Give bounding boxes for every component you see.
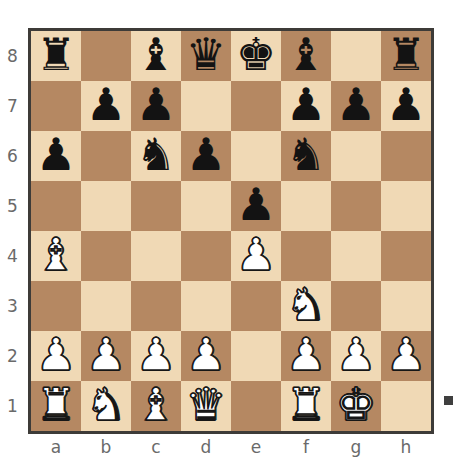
piece-black-pawn[interactable]: ♟ (186, 131, 226, 180)
square-a1[interactable]: ♜ (31, 381, 81, 431)
chess-board-page: 87654321 ♜♝♛♚♝♜♟♟♟♟♟♟♞♟♞♟♝♟♞♟♟♟♟♟♟♟♜♞♝♛♜… (0, 0, 464, 464)
square-b8[interactable] (81, 31, 131, 81)
square-f1[interactable]: ♜ (281, 381, 331, 431)
square-f3[interactable]: ♞ (281, 281, 331, 331)
square-c5[interactable] (131, 181, 181, 231)
square-c3[interactable] (131, 281, 181, 331)
square-e1[interactable] (231, 381, 281, 431)
rank-label-2: 2 (0, 331, 25, 381)
square-d1[interactable]: ♛ (181, 381, 231, 431)
piece-white-bishop[interactable]: ♝ (36, 231, 76, 280)
piece-white-pawn[interactable]: ♟ (336, 331, 376, 380)
piece-black-pawn[interactable]: ♟ (236, 181, 276, 230)
square-g8[interactable] (331, 31, 381, 81)
file-label-c: c (131, 435, 181, 459)
piece-white-pawn[interactable]: ♟ (286, 331, 326, 380)
square-e7[interactable] (231, 81, 281, 131)
file-label-b: b (81, 435, 131, 459)
square-h4[interactable] (381, 231, 431, 281)
piece-white-pawn[interactable]: ♟ (36, 331, 76, 380)
square-f6[interactable]: ♞ (281, 131, 331, 181)
piece-black-pawn[interactable]: ♟ (386, 81, 426, 130)
square-e6[interactable] (231, 131, 281, 181)
piece-white-king[interactable]: ♚ (336, 381, 376, 430)
piece-black-bishop[interactable]: ♝ (136, 31, 176, 80)
square-h1[interactable] (381, 381, 431, 431)
square-e3[interactable] (231, 281, 281, 331)
square-a8[interactable]: ♜ (31, 31, 81, 81)
square-g2[interactable]: ♟ (331, 331, 381, 381)
square-a6[interactable]: ♟ (31, 131, 81, 181)
square-c2[interactable]: ♟ (131, 331, 181, 381)
square-c6[interactable]: ♞ (131, 131, 181, 181)
square-f4[interactable] (281, 231, 331, 281)
file-label-e: e (231, 435, 281, 459)
square-c4[interactable] (131, 231, 181, 281)
piece-black-pawn[interactable]: ♟ (336, 81, 376, 130)
square-b1[interactable]: ♞ (81, 381, 131, 431)
file-label-h: h (381, 435, 431, 459)
rank-label-6: 6 (0, 131, 25, 181)
square-b5[interactable] (81, 181, 131, 231)
piece-black-pawn[interactable]: ♟ (286, 81, 326, 130)
square-a7[interactable] (31, 81, 81, 131)
piece-white-pawn[interactable]: ♟ (136, 331, 176, 380)
piece-white-pawn[interactable]: ♟ (186, 331, 226, 380)
square-f8[interactable]: ♝ (281, 31, 331, 81)
square-e4[interactable]: ♟ (231, 231, 281, 281)
square-g4[interactable] (331, 231, 381, 281)
square-g5[interactable] (331, 181, 381, 231)
square-a3[interactable] (31, 281, 81, 331)
square-d4[interactable] (181, 231, 231, 281)
move-indicator (444, 396, 453, 405)
square-f2[interactable]: ♟ (281, 331, 331, 381)
piece-black-rook[interactable]: ♜ (386, 31, 426, 80)
square-h8[interactable]: ♜ (381, 31, 431, 81)
piece-white-rook[interactable]: ♜ (36, 381, 76, 430)
square-e2[interactable] (231, 331, 281, 381)
piece-black-queen[interactable]: ♛ (186, 31, 226, 80)
piece-black-pawn[interactable]: ♟ (36, 131, 76, 180)
piece-white-pawn[interactable]: ♟ (236, 231, 276, 280)
piece-white-rook[interactable]: ♜ (286, 381, 326, 430)
square-h7[interactable]: ♟ (381, 81, 431, 131)
piece-black-knight[interactable]: ♞ (286, 131, 326, 180)
square-a5[interactable] (31, 181, 81, 231)
piece-black-rook[interactable]: ♜ (36, 31, 76, 80)
square-b2[interactable]: ♟ (81, 331, 131, 381)
file-label-d: d (181, 435, 231, 459)
rank-label-3: 3 (0, 281, 25, 331)
square-h5[interactable] (381, 181, 431, 231)
square-d7[interactable] (181, 81, 231, 131)
square-d5[interactable] (181, 181, 231, 231)
square-h2[interactable]: ♟ (381, 331, 431, 381)
rank-label-8: 8 (0, 31, 25, 81)
square-d2[interactable]: ♟ (181, 331, 231, 381)
square-g7[interactable]: ♟ (331, 81, 381, 131)
piece-black-bishop[interactable]: ♝ (286, 31, 326, 80)
file-label-g: g (331, 435, 381, 459)
rank-label-4: 4 (0, 231, 25, 281)
square-b6[interactable] (81, 131, 131, 181)
piece-black-king[interactable]: ♚ (236, 31, 276, 80)
square-e5[interactable]: ♟ (231, 181, 281, 231)
square-f5[interactable] (281, 181, 331, 231)
square-g3[interactable] (331, 281, 381, 331)
square-d6[interactable]: ♟ (181, 131, 231, 181)
square-a4[interactable]: ♝ (31, 231, 81, 281)
square-c1[interactable]: ♝ (131, 381, 181, 431)
rank-labels: 87654321 (0, 31, 25, 431)
piece-white-bishop[interactable]: ♝ (136, 381, 176, 430)
piece-white-pawn[interactable]: ♟ (386, 331, 426, 380)
square-b7[interactable]: ♟ (81, 81, 131, 131)
square-h6[interactable] (381, 131, 431, 181)
square-d3[interactable] (181, 281, 231, 331)
rank-label-1: 1 (0, 381, 25, 431)
piece-black-pawn[interactable]: ♟ (86, 81, 126, 130)
file-labels: abcdefgh (31, 435, 431, 459)
square-f7[interactable]: ♟ (281, 81, 331, 131)
square-b3[interactable] (81, 281, 131, 331)
square-g6[interactable] (331, 131, 381, 181)
chess-board[interactable]: ♜♝♛♚♝♜♟♟♟♟♟♟♞♟♞♟♝♟♞♟♟♟♟♟♟♟♜♞♝♛♜♚ (28, 28, 434, 434)
rank-label-5: 5 (0, 181, 25, 231)
piece-white-knight[interactable]: ♞ (86, 381, 126, 430)
rank-label-7: 7 (0, 81, 25, 131)
square-g1[interactable]: ♚ (331, 381, 381, 431)
piece-black-pawn[interactable]: ♟ (136, 81, 176, 130)
square-a2[interactable]: ♟ (31, 331, 81, 381)
piece-black-knight[interactable]: ♞ (136, 131, 176, 180)
piece-white-queen[interactable]: ♛ (186, 381, 226, 430)
piece-white-knight[interactable]: ♞ (286, 281, 326, 330)
piece-white-pawn[interactable]: ♟ (86, 331, 126, 380)
square-h3[interactable] (381, 281, 431, 331)
square-e8[interactable]: ♚ (231, 31, 281, 81)
file-label-a: a (31, 435, 81, 459)
file-label-f: f (281, 435, 331, 459)
square-b4[interactable] (81, 231, 131, 281)
square-d8[interactable]: ♛ (181, 31, 231, 81)
square-c7[interactable]: ♟ (131, 81, 181, 131)
square-c8[interactable]: ♝ (131, 31, 181, 81)
